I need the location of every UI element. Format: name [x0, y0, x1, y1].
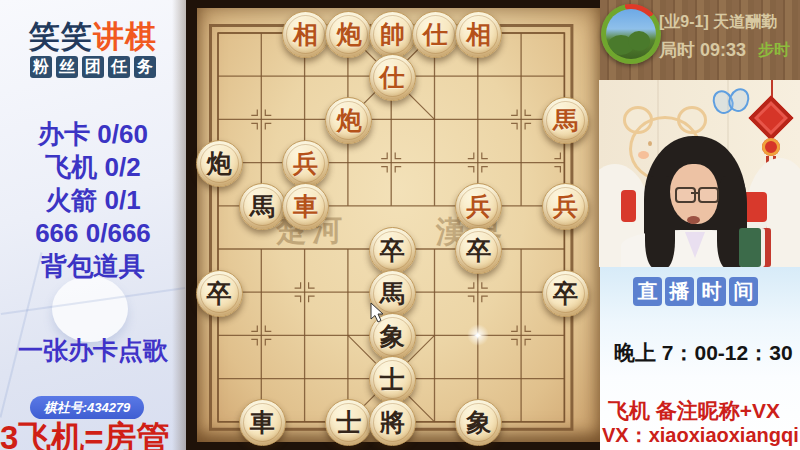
- opponent-avatar[interactable]: [601, 4, 661, 64]
- left-sidebar: 笑笑讲棋 粉丝团任务 办卡 0/60飞机 0/2火箭 0/1666 0/666背…: [0, 0, 186, 450]
- piece-black-車-b10[interactable]: 車: [239, 399, 286, 446]
- gift-task-row: 火箭 0/1: [0, 184, 186, 217]
- piece-red-相-g1[interactable]: 相: [455, 11, 502, 58]
- piece-red-帥-e1[interactable]: 帥: [369, 11, 416, 58]
- opponent-name: [业9-1] 天道酬勤: [659, 12, 799, 33]
- gift-task-row: 666 0/666: [0, 217, 186, 250]
- fanclub-char-box: 粉: [30, 56, 52, 78]
- jacket-stripe-patch: [739, 228, 771, 267]
- fanclub-char-box: 丝: [56, 56, 78, 78]
- fanclub-char-box: 任: [108, 56, 130, 78]
- fanclub-char-box: 务: [134, 56, 156, 78]
- stream-info-panel: 直播时间 晚上 7：00-12：30 飞机 备注昵称+VX VX：xiaoxia…: [600, 267, 800, 450]
- live-title-char-box: 间: [729, 277, 758, 306]
- right-column: [业9-1] 天道酬勤 局时 09:33 步时: [600, 0, 800, 450]
- piece-red-馬-i3[interactable]: 馬: [542, 97, 589, 144]
- mouse-cursor: [370, 302, 386, 324]
- piece-red-兵-c4[interactable]: 兵: [282, 140, 329, 187]
- piece-red-炮-d3[interactable]: 炮: [325, 97, 372, 144]
- board-area: 楚河 漢界 相炮帥仕相仕炮馬炮兵馬車兵兵卒卒卒馬卒象士車士將象 ✦: [186, 0, 600, 450]
- piece-black-馬-b5[interactable]: 馬: [239, 183, 286, 230]
- live-time-title: 直播时间: [633, 277, 758, 306]
- gift-task-row: 办卡 0/60: [0, 118, 186, 151]
- piece-red-相-c1[interactable]: 相: [282, 11, 329, 58]
- watermark-piece: [52, 276, 128, 342]
- streamer-webcam: [599, 80, 800, 267]
- live-title-char-box: 时: [697, 277, 726, 306]
- channel-logo: 笑笑讲棋: [0, 16, 186, 58]
- chinese-knot-pendant: [762, 138, 780, 156]
- piece-black-將-e10[interactable]: 將: [369, 399, 416, 446]
- stream-schedule: 晚上 7：00-12：30: [614, 339, 793, 367]
- move-highlight-sparkle: ✦: [467, 324, 489, 346]
- logo-text-1: 笑笑: [29, 19, 93, 54]
- contact-note-1: 飞机 备注昵称+VX: [608, 397, 780, 425]
- live-title-char-box: 播: [665, 277, 694, 306]
- sidebar-edge-shadow: [172, 0, 186, 450]
- moderator-promo: 3飞机=房管: [0, 416, 186, 450]
- piece-red-仕-e2[interactable]: 仕: [369, 54, 416, 101]
- glasses-bridge: [691, 192, 699, 194]
- gift-task-list: 办卡 0/60飞机 0/2火箭 0/1666 0/666背包道具: [0, 118, 186, 283]
- stream-screen: 笑笑讲棋 粉丝团任务 办卡 0/60飞机 0/2火箭 0/1666 0/666背…: [0, 0, 800, 450]
- piece-black-炮-a4[interactable]: 炮: [196, 140, 243, 187]
- game-clock: 局时 09:33: [659, 38, 746, 62]
- piece-red-仕-f1[interactable]: 仕: [412, 11, 459, 58]
- streamer-mouth: [687, 216, 700, 224]
- live-title-char-box: 直: [633, 277, 662, 306]
- chair-red-trim-left: [621, 190, 636, 222]
- glasses: [675, 187, 696, 203]
- piece-red-兵-i5[interactable]: 兵: [542, 183, 589, 230]
- fanclub-char-box: 团: [82, 56, 104, 78]
- chinese-knot: [748, 95, 793, 140]
- move-clock-label: 步时: [758, 40, 790, 61]
- song-request-line: 一张办卡点歌: [0, 334, 186, 367]
- piece-black-卒-e6[interactable]: 卒: [369, 227, 416, 274]
- piece-black-士-e9[interactable]: 士: [369, 356, 416, 403]
- piece-black-卒-g6[interactable]: 卒: [455, 227, 502, 274]
- glasses: [698, 187, 719, 203]
- gift-task-row: 飞机 0/2: [0, 151, 186, 184]
- contact-note-2: VX：xiaoxiaoxiangqi: [602, 422, 799, 449]
- piece-black-卒-a7[interactable]: 卒: [196, 270, 243, 317]
- opponent-info-bar: [业9-1] 天道酬勤 局时 09:33 步时: [600, 0, 800, 80]
- avatar-photo: [606, 9, 656, 59]
- butterfly-drawing: [713, 86, 749, 114]
- logo-text-2: 讲棋: [93, 19, 157, 54]
- piece-black-卒-i7[interactable]: 卒: [542, 270, 589, 317]
- fanclub-badge: 粉丝团任务: [0, 56, 186, 78]
- piece-red-炮-d1[interactable]: 炮: [325, 11, 372, 58]
- gift-task-row: 背包道具: [0, 250, 186, 283]
